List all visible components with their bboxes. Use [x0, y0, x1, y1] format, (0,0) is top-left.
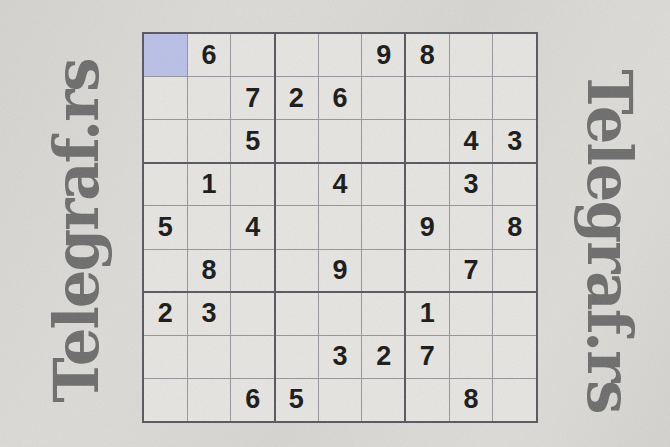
sudoku-cell-r2c2[interactable]	[188, 77, 231, 119]
sudoku-cell-r2c4[interactable]: 2	[275, 77, 318, 119]
sudoku-cell-r4c9[interactable]	[493, 163, 536, 205]
sudoku-cell-r9c8[interactable]: 8	[450, 379, 493, 421]
sudoku-cell-r8c6[interactable]: 2	[362, 336, 405, 378]
sudoku-cell-r2c5[interactable]: 6	[319, 77, 362, 119]
sudoku-cell-r7c7[interactable]: 1	[406, 293, 449, 335]
sudoku-cell-r9c1[interactable]	[144, 379, 187, 421]
sudoku-cell-r3c6[interactable]	[362, 120, 405, 162]
sudoku-cell-r9c3[interactable]: 6	[231, 379, 274, 421]
sudoku-cell-r5c8[interactable]	[450, 206, 493, 248]
sudoku-cell-r7c2[interactable]: 3	[188, 293, 231, 335]
sudoku-cell-r3c2[interactable]	[188, 120, 231, 162]
page-background: Telegraf.rs Telegraf.rs 6987265431435498…	[0, 0, 670, 447]
sudoku-cell-r4c1[interactable]	[144, 163, 187, 205]
sudoku-cell-r4c7[interactable]	[406, 163, 449, 205]
sudoku-cell-r4c2[interactable]: 1	[188, 163, 231, 205]
sudoku-cell-r3c7[interactable]	[406, 120, 449, 162]
sudoku-cell-r7c6[interactable]	[362, 293, 405, 335]
sudoku-cell-r2c3[interactable]: 7	[231, 77, 274, 119]
sudoku-cell-r1c1[interactable]	[144, 34, 187, 76]
sudoku-cell-r1c6[interactable]: 9	[362, 34, 405, 76]
sudoku-cell-r1c2[interactable]: 6	[188, 34, 231, 76]
sudoku-cell-r9c4[interactable]: 5	[275, 379, 318, 421]
sudoku-cell-r8c9[interactable]	[493, 336, 536, 378]
sudoku-cell-r5c3[interactable]: 4	[231, 206, 274, 248]
sudoku-cell-r7c9[interactable]	[493, 293, 536, 335]
sudoku-cell-r8c7[interactable]: 7	[406, 336, 449, 378]
sudoku-cell-r8c3[interactable]	[231, 336, 274, 378]
sudoku-cell-r6c9[interactable]	[493, 250, 536, 292]
sudoku-board: 6987265431435498897231327658	[142, 32, 538, 423]
sudoku-cell-r1c9[interactable]	[493, 34, 536, 76]
sudoku-cell-r9c2[interactable]	[188, 379, 231, 421]
sudoku-cell-r3c8[interactable]: 4	[450, 120, 493, 162]
sudoku-cell-r5c1[interactable]: 5	[144, 206, 187, 248]
watermark-left: Telegraf.rs	[41, 59, 112, 402]
sudoku-cell-r7c4[interactable]	[275, 293, 318, 335]
sudoku-cell-r2c6[interactable]	[362, 77, 405, 119]
sudoku-cell-r6c7[interactable]	[406, 250, 449, 292]
sudoku-cell-r2c9[interactable]	[493, 77, 536, 119]
sudoku-cell-r4c6[interactable]	[362, 163, 405, 205]
sudoku-cell-r9c7[interactable]	[406, 379, 449, 421]
sudoku-cell-r8c8[interactable]	[450, 336, 493, 378]
sudoku-cell-r4c5[interactable]: 4	[319, 163, 362, 205]
sudoku-cell-r4c3[interactable]	[231, 163, 274, 205]
sudoku-cell-r3c5[interactable]	[319, 120, 362, 162]
sudoku-cell-r5c6[interactable]	[362, 206, 405, 248]
sudoku-cell-r7c8[interactable]	[450, 293, 493, 335]
sudoku-cell-r8c1[interactable]	[144, 336, 187, 378]
sudoku-cell-r3c4[interactable]	[275, 120, 318, 162]
sudoku-cell-r1c3[interactable]	[231, 34, 274, 76]
sudoku-cell-r9c6[interactable]	[362, 379, 405, 421]
sudoku-cell-r4c8[interactable]: 3	[450, 163, 493, 205]
sudoku-cell-r6c8[interactable]: 7	[450, 250, 493, 292]
sudoku-cell-r5c5[interactable]	[319, 206, 362, 248]
sudoku-cell-r2c1[interactable]	[144, 77, 187, 119]
sudoku-cell-r7c1[interactable]: 2	[144, 293, 187, 335]
sudoku-cell-r5c2[interactable]	[188, 206, 231, 248]
sudoku-cell-r4c4[interactable]	[275, 163, 318, 205]
sudoku-cell-r2c8[interactable]	[450, 77, 493, 119]
sudoku-cell-r6c5[interactable]: 9	[319, 250, 362, 292]
sudoku-cell-r6c6[interactable]	[362, 250, 405, 292]
sudoku-cell-r3c3[interactable]: 5	[231, 120, 274, 162]
sudoku-cell-r1c5[interactable]	[319, 34, 362, 76]
sudoku-cell-r7c3[interactable]	[231, 293, 274, 335]
sudoku-cell-r8c2[interactable]	[188, 336, 231, 378]
sudoku-cell-r6c4[interactable]	[275, 250, 318, 292]
sudoku-cell-r7c5[interactable]	[319, 293, 362, 335]
sudoku-cell-r5c7[interactable]: 9	[406, 206, 449, 248]
sudoku-cell-r1c7[interactable]: 8	[406, 34, 449, 76]
sudoku-cell-r3c9[interactable]: 3	[493, 120, 536, 162]
sudoku-cell-r9c9[interactable]	[493, 379, 536, 421]
sudoku-cell-r1c8[interactable]	[450, 34, 493, 76]
sudoku-cell-r5c4[interactable]	[275, 206, 318, 248]
sudoku-cell-r6c3[interactable]	[231, 250, 274, 292]
sudoku-cell-r6c2[interactable]: 8	[188, 250, 231, 292]
sudoku-cell-r3c1[interactable]	[144, 120, 187, 162]
watermark-right: Telegraf.rs	[574, 69, 645, 412]
sudoku-cell-r6c1[interactable]	[144, 250, 187, 292]
sudoku-cell-r8c4[interactable]	[275, 336, 318, 378]
sudoku-cell-r8c5[interactable]: 3	[319, 336, 362, 378]
sudoku-cell-r2c7[interactable]	[406, 77, 449, 119]
sudoku-cell-r1c4[interactable]	[275, 34, 318, 76]
sudoku-cell-r9c5[interactable]	[319, 379, 362, 421]
sudoku-cell-r5c9[interactable]: 8	[493, 206, 536, 248]
